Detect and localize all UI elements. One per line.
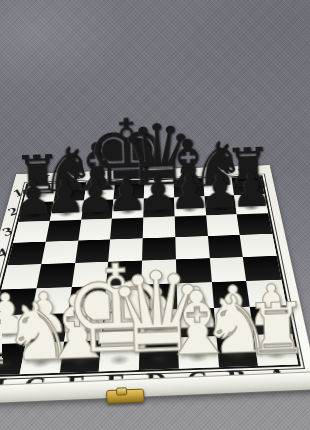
- square-a2: ♟: [234, 194, 268, 214]
- square-h4: [7, 242, 45, 266]
- square-b3: [206, 214, 240, 236]
- square-a4: [240, 234, 277, 257]
- square-h3: [13, 221, 49, 243]
- square-b4: [207, 235, 243, 258]
- board-grid: ♜♞♝♚♛♝♞♜♟♟♟♟♟♟♟♟♟♟♟♟♟♟♟♟♜♞♝♚♛♝♞♜: [0, 175, 301, 377]
- white-rook-a8: ♜: [244, 292, 310, 365]
- square-d3: [143, 217, 175, 239]
- board-frame: HGFEDCBA 12345678 ♜♞♝♚♛♝♞♜♟♟♟♟♟♟♟♟♟♟♟♟♟♟…: [0, 165, 310, 402]
- square-e3: [110, 218, 143, 240]
- square-c3: [175, 215, 208, 237]
- brass-clasp: [106, 389, 145, 405]
- chess-board: HGFEDCBA 12345678 ♜♞♝♚♛♝♞♜♟♟♟♟♟♟♟♟♟♟♟♟♟♟…: [0, 165, 310, 402]
- square-a3: [237, 213, 272, 235]
- chess-set-photo: HGFEDCBA 12345678 ♜♞♝♚♛♝♞♜♟♟♟♟♟♟♟♟♟♟♟♟♟♟…: [0, 0, 310, 430]
- square-g3: [45, 220, 80, 242]
- square-a8: ♜: [254, 334, 298, 366]
- black-pawn-a2: ♟: [230, 166, 273, 214]
- square-f3: [78, 219, 112, 241]
